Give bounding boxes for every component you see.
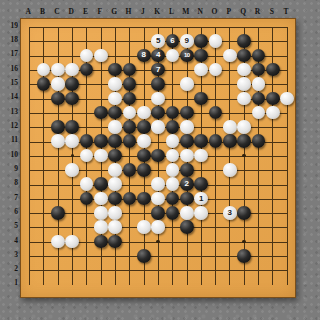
stone-D12[interactable] xyxy=(65,120,79,134)
stone-D14[interactable] xyxy=(65,92,79,106)
stone-R11[interactable] xyxy=(252,134,266,148)
row-label-17: 17 xyxy=(3,50,18,58)
stone-M17[interactable]: 10 xyxy=(180,49,194,63)
stone-F10[interactable] xyxy=(94,149,108,163)
row-label-15: 15 xyxy=(3,79,18,87)
stone-L6[interactable] xyxy=(166,206,180,220)
stone-G9[interactable] xyxy=(108,163,122,177)
stone-Q15[interactable] xyxy=(237,77,251,91)
stone-J5[interactable] xyxy=(137,220,151,234)
stone-S14[interactable] xyxy=(266,92,280,106)
stone-J11[interactable] xyxy=(137,134,151,148)
row-label-14: 14 xyxy=(3,93,18,101)
move-number: 6 xyxy=(170,37,174,45)
stone-Q17[interactable] xyxy=(237,49,251,63)
stone-C4[interactable] xyxy=(51,235,65,249)
stone-D15[interactable] xyxy=(65,77,79,91)
stone-M15[interactable] xyxy=(180,77,194,91)
col-label-N: N xyxy=(194,8,206,16)
col-label-S: S xyxy=(266,8,278,16)
stone-F13[interactable] xyxy=(94,106,108,120)
star-point xyxy=(156,240,159,243)
stone-N11[interactable] xyxy=(194,134,208,148)
stone-C16[interactable] xyxy=(51,63,65,77)
stone-P11[interactable] xyxy=(223,134,237,148)
stone-N8[interactable] xyxy=(194,177,208,191)
row-label-1: 1 xyxy=(3,279,18,287)
stone-N7[interactable]: 1 xyxy=(194,192,208,206)
col-label-A: A xyxy=(22,8,34,16)
row-label-16: 16 xyxy=(3,65,18,73)
move-number: 8 xyxy=(142,51,146,59)
stone-P17[interactable] xyxy=(223,49,237,63)
col-label-K: K xyxy=(151,8,163,16)
col-label-T: T xyxy=(280,8,292,16)
stone-T14[interactable] xyxy=(280,92,294,106)
col-label-Q: Q xyxy=(237,8,249,16)
stone-M13[interactable] xyxy=(180,106,194,120)
stone-F6[interactable] xyxy=(94,206,108,220)
stone-L12[interactable] xyxy=(166,120,180,134)
star-point xyxy=(242,154,245,157)
stone-K17[interactable]: 4 xyxy=(151,49,165,63)
stone-Q11[interactable] xyxy=(237,134,251,148)
stone-F7[interactable] xyxy=(94,192,108,206)
stone-J7[interactable] xyxy=(137,192,151,206)
stone-M9[interactable] xyxy=(180,163,194,177)
row-label-5: 5 xyxy=(3,222,18,230)
row-label-3: 3 xyxy=(3,251,18,259)
stone-D11[interactable] xyxy=(65,134,79,148)
move-number: 5 xyxy=(156,37,160,45)
stone-K8[interactable] xyxy=(151,177,165,191)
stone-J10[interactable] xyxy=(137,149,151,163)
stone-R15[interactable] xyxy=(252,77,266,91)
stone-N14[interactable] xyxy=(194,92,208,106)
stone-K14[interactable] xyxy=(151,92,165,106)
stone-F17[interactable] xyxy=(94,49,108,63)
row-label-19: 19 xyxy=(3,22,18,30)
row-label-10: 10 xyxy=(3,151,18,159)
col-label-B: B xyxy=(37,8,49,16)
stone-S16[interactable] xyxy=(266,63,280,77)
stone-Q6[interactable] xyxy=(237,206,251,220)
stone-M7[interactable] xyxy=(180,192,194,206)
move-number: 9 xyxy=(185,37,189,45)
stone-B15[interactable] xyxy=(37,77,51,91)
stone-S13[interactable] xyxy=(266,106,280,120)
stone-C11[interactable] xyxy=(51,134,65,148)
stone-K6[interactable] xyxy=(151,206,165,220)
stone-M12[interactable] xyxy=(180,120,194,134)
stone-K18[interactable]: 5 xyxy=(151,34,165,48)
stone-C14[interactable] xyxy=(51,92,65,106)
stone-J17[interactable]: 8 xyxy=(137,49,151,63)
stone-G15[interactable] xyxy=(108,77,122,91)
col-label-R: R xyxy=(251,8,263,16)
stone-F4[interactable] xyxy=(94,235,108,249)
stone-J9[interactable] xyxy=(137,163,151,177)
stone-M10[interactable] xyxy=(180,149,194,163)
stone-M11[interactable] xyxy=(180,134,194,148)
stone-H12[interactable] xyxy=(123,120,137,134)
stone-C15[interactable] xyxy=(51,77,65,91)
col-label-C: C xyxy=(51,8,63,16)
stone-H9[interactable] xyxy=(123,163,137,177)
col-label-H: H xyxy=(123,8,135,16)
stone-M5[interactable] xyxy=(180,220,194,234)
stone-K5[interactable] xyxy=(151,220,165,234)
stone-M8[interactable]: 2 xyxy=(180,177,194,191)
col-label-L: L xyxy=(166,8,178,16)
stone-D9[interactable] xyxy=(65,163,79,177)
stone-M18[interactable]: 9 xyxy=(180,34,194,48)
go-board[interactable]: 56984107213 xyxy=(20,18,296,298)
stone-P12[interactable] xyxy=(223,120,237,134)
row-label-4: 4 xyxy=(3,237,18,245)
stone-L18[interactable]: 6 xyxy=(166,34,180,48)
stone-F11[interactable] xyxy=(94,134,108,148)
row-label-7: 7 xyxy=(3,194,18,202)
stone-L8[interactable] xyxy=(166,177,180,191)
stone-K12[interactable] xyxy=(151,120,165,134)
move-number: 2 xyxy=(185,180,189,188)
row-label-13: 13 xyxy=(3,108,18,116)
stone-N17[interactable] xyxy=(194,49,208,63)
stone-C6[interactable] xyxy=(51,206,65,220)
stone-Q14[interactable] xyxy=(237,92,251,106)
stone-Q3[interactable] xyxy=(237,249,251,263)
row-label-6: 6 xyxy=(3,208,18,216)
move-number: 7 xyxy=(156,66,160,74)
col-label-M: M xyxy=(180,8,192,16)
row-label-11: 11 xyxy=(3,136,18,144)
col-label-P: P xyxy=(223,8,235,16)
col-label-F: F xyxy=(94,8,106,16)
stone-G14[interactable] xyxy=(108,92,122,106)
row-label-18: 18 xyxy=(3,36,18,44)
go-diagram: 56984107213 ABCDEFGHJKLMNOPQRST 19181716… xyxy=(0,0,320,320)
stone-O18[interactable] xyxy=(209,34,223,48)
row-label-8: 8 xyxy=(3,179,18,187)
stone-K15[interactable] xyxy=(151,77,165,91)
stone-F8[interactable] xyxy=(94,177,108,191)
stone-G5[interactable] xyxy=(108,220,122,234)
row-label-12: 12 xyxy=(3,122,18,130)
stone-J13[interactable] xyxy=(137,106,151,120)
stone-G6[interactable] xyxy=(108,206,122,220)
stone-N18[interactable] xyxy=(194,34,208,48)
stone-J3[interactable] xyxy=(137,249,151,263)
stone-M6[interactable] xyxy=(180,206,194,220)
stone-G8[interactable] xyxy=(108,177,122,191)
row-label-2: 2 xyxy=(3,265,18,273)
stone-F5[interactable] xyxy=(94,220,108,234)
move-number: 10 xyxy=(184,51,190,59)
col-label-J: J xyxy=(137,8,149,16)
stone-C12[interactable] xyxy=(51,120,65,134)
stone-P6[interactable]: 3 xyxy=(223,206,237,220)
stone-G4[interactable] xyxy=(108,235,122,249)
row-label-9: 9 xyxy=(3,165,18,173)
move-number: 4 xyxy=(156,51,160,59)
stone-H15[interactable] xyxy=(123,77,137,91)
stone-Q18[interactable] xyxy=(237,34,251,48)
stone-P9[interactable] xyxy=(223,163,237,177)
stone-J12[interactable] xyxy=(137,120,151,134)
stone-L9[interactable] xyxy=(166,163,180,177)
stone-G11[interactable] xyxy=(108,134,122,148)
stone-G12[interactable] xyxy=(108,120,122,134)
col-label-D: D xyxy=(65,8,77,16)
move-number: 1 xyxy=(199,195,203,203)
col-label-E: E xyxy=(80,8,92,16)
col-label-G: G xyxy=(108,8,120,16)
star-point xyxy=(242,240,245,243)
col-label-O: O xyxy=(208,8,220,16)
move-number: 3 xyxy=(228,209,232,217)
stone-Q12[interactable] xyxy=(237,120,251,134)
stone-N6[interactable] xyxy=(194,206,208,220)
